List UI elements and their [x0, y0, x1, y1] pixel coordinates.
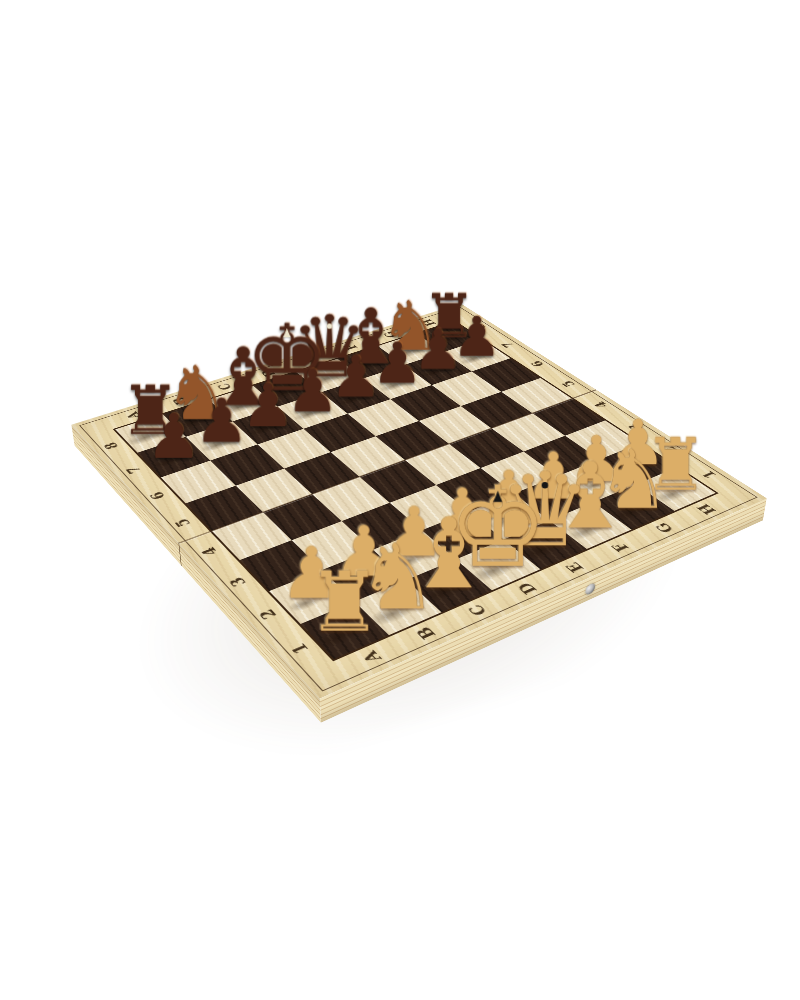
king-spike-tip — [283, 328, 290, 337]
king-spike-tip — [493, 491, 502, 502]
clasp-screw-icon — [585, 582, 595, 596]
product-photo-stage: ABCDEFGH ABCDEFGH 87654321 87654321 ♜♞♝♛… — [0, 0, 800, 1000]
rook-glyph-icon: ♜ — [307, 561, 381, 644]
